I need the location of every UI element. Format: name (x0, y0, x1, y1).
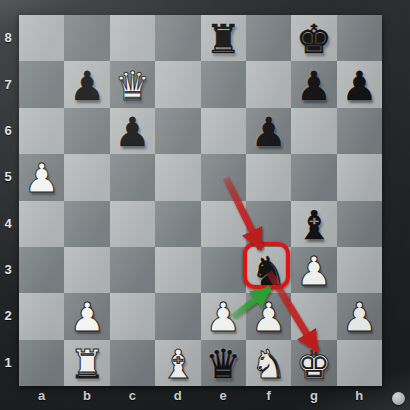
square-g6[interactable] (291, 108, 336, 154)
square-a4[interactable] (19, 201, 64, 247)
square-e5[interactable] (201, 154, 246, 200)
square-b5[interactable] (64, 154, 109, 200)
square-e1[interactable]: ♛ (201, 340, 246, 386)
square-f2[interactable]: ♟ (246, 293, 291, 339)
square-a8[interactable] (19, 15, 64, 61)
square-f4[interactable] (246, 201, 291, 247)
square-g5[interactable] (291, 154, 336, 200)
rank-label-1: 1 (0, 355, 16, 370)
piece-white-pawn[interactable]: ♟ (291, 248, 336, 294)
square-b2[interactable]: ♟ (64, 293, 109, 339)
square-e6[interactable] (201, 108, 246, 154)
square-g1[interactable]: ♚ (291, 340, 336, 386)
piece-white-pawn[interactable]: ♟ (19, 155, 64, 201)
square-d3[interactable] (155, 247, 200, 293)
square-b7[interactable]: ♟ (64, 61, 109, 107)
square-g3[interactable]: ♟ (291, 247, 336, 293)
piece-white-king[interactable]: ♚ (291, 341, 336, 387)
square-a2[interactable] (19, 293, 64, 339)
square-h1[interactable] (337, 340, 382, 386)
square-f8[interactable] (246, 15, 291, 61)
square-d7[interactable] (155, 61, 200, 107)
piece-white-queen[interactable]: ♛ (110, 62, 155, 108)
square-e3[interactable] (201, 247, 246, 293)
square-b3[interactable] (64, 247, 109, 293)
square-d8[interactable] (155, 15, 200, 61)
piece-black-king[interactable]: ♚ (291, 16, 336, 62)
piece-black-queen[interactable]: ♛ (201, 341, 246, 387)
piece-white-bishop[interactable]: ♝ (155, 341, 200, 387)
square-c5[interactable] (110, 154, 155, 200)
square-d1[interactable]: ♝ (155, 340, 200, 386)
piece-black-pawn[interactable]: ♟ (64, 62, 109, 108)
rank-label-7: 7 (0, 77, 16, 92)
file-label-e: e (213, 388, 233, 404)
rank-label-6: 6 (0, 123, 16, 138)
piece-white-pawn[interactable]: ♟ (201, 294, 246, 340)
square-f6[interactable]: ♟ (246, 108, 291, 154)
file-label-c: c (122, 388, 142, 404)
square-e8[interactable]: ♜ (201, 15, 246, 61)
square-g7[interactable]: ♟ (291, 61, 336, 107)
square-b1[interactable]: ♜ (64, 340, 109, 386)
square-c7[interactable]: ♛ (110, 61, 155, 107)
piece-black-pawn[interactable]: ♟ (337, 62, 382, 108)
chess-app-window: ♜♚♟♛♟♟♟♟♟♝♞♟♟♟♟♟♜♝♛♞♚ 87654321abcdefgh (0, 0, 410, 410)
piece-black-pawn[interactable]: ♟ (291, 62, 336, 108)
square-d2[interactable] (155, 293, 200, 339)
square-e7[interactable] (201, 61, 246, 107)
square-d4[interactable] (155, 201, 200, 247)
file-label-a: a (32, 388, 52, 404)
square-e2[interactable]: ♟ (201, 293, 246, 339)
square-f5[interactable] (246, 154, 291, 200)
piece-white-pawn[interactable]: ♟ (64, 294, 109, 340)
rank-label-4: 4 (0, 216, 16, 231)
square-d6[interactable] (155, 108, 200, 154)
chess-board: ♜♚♟♛♟♟♟♟♟♝♞♟♟♟♟♟♜♝♛♞♚ (19, 15, 382, 386)
piece-white-pawn[interactable]: ♟ (337, 294, 382, 340)
square-h7[interactable]: ♟ (337, 61, 382, 107)
square-d5[interactable] (155, 154, 200, 200)
square-g2[interactable] (291, 293, 336, 339)
square-h4[interactable] (337, 201, 382, 247)
square-c2[interactable] (110, 293, 155, 339)
square-a6[interactable] (19, 108, 64, 154)
corner-dot-indicator (392, 392, 405, 405)
square-e4[interactable] (201, 201, 246, 247)
piece-white-knight[interactable]: ♞ (246, 341, 291, 387)
square-c4[interactable] (110, 201, 155, 247)
square-c1[interactable] (110, 340, 155, 386)
square-h6[interactable] (337, 108, 382, 154)
square-b4[interactable] (64, 201, 109, 247)
square-g8[interactable]: ♚ (291, 15, 336, 61)
file-label-d: d (168, 388, 188, 404)
piece-white-rook[interactable]: ♜ (64, 341, 109, 387)
square-c8[interactable] (110, 15, 155, 61)
square-h3[interactable] (337, 247, 382, 293)
rank-label-8: 8 (0, 30, 16, 45)
piece-black-bishop[interactable]: ♝ (291, 202, 336, 248)
square-h5[interactable] (337, 154, 382, 200)
file-label-b: b (77, 388, 97, 404)
square-a7[interactable] (19, 61, 64, 107)
square-f1[interactable]: ♞ (246, 340, 291, 386)
square-c6[interactable]: ♟ (110, 108, 155, 154)
square-c3[interactable] (110, 247, 155, 293)
square-h8[interactable] (337, 15, 382, 61)
square-f3[interactable]: ♞ (246, 247, 291, 293)
file-label-g: g (304, 388, 324, 404)
file-label-h: h (349, 388, 369, 404)
square-a5[interactable]: ♟ (19, 154, 64, 200)
square-a1[interactable] (19, 340, 64, 386)
piece-white-pawn[interactable]: ♟ (246, 294, 291, 340)
square-f7[interactable] (246, 61, 291, 107)
square-g4[interactable]: ♝ (291, 201, 336, 247)
piece-black-pawn[interactable]: ♟ (110, 109, 155, 155)
square-b6[interactable] (64, 108, 109, 154)
piece-black-pawn[interactable]: ♟ (246, 109, 291, 155)
file-label-f: f (259, 388, 279, 404)
piece-black-rook[interactable]: ♜ (201, 16, 246, 62)
square-a3[interactable] (19, 247, 64, 293)
square-b8[interactable] (64, 15, 109, 61)
rank-label-3: 3 (0, 262, 16, 277)
piece-black-knight[interactable]: ♞ (246, 248, 291, 294)
rank-label-5: 5 (0, 169, 16, 184)
square-h2[interactable]: ♟ (337, 293, 382, 339)
rank-label-2: 2 (0, 308, 16, 323)
